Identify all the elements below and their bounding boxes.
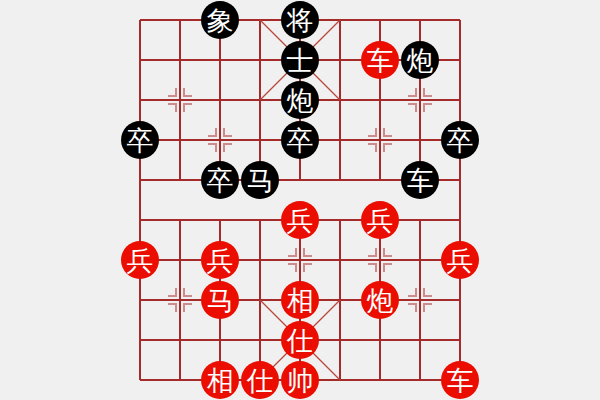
intersection-1-7	[160, 280, 200, 320]
intersection-5-4	[320, 160, 360, 200]
intersection-0-0	[120, 0, 160, 40]
intersection-8-3: 卒	[440, 120, 480, 160]
intersection-7-0	[400, 0, 440, 40]
intersection-6-0	[360, 0, 400, 40]
intersection-4-5: 兵	[280, 200, 320, 240]
piece-red-soldier[interactable]: 兵	[201, 241, 239, 279]
intersection-7-4: 车	[400, 160, 440, 200]
intersection-3-8	[240, 320, 280, 360]
intersection-7-9	[400, 360, 440, 400]
intersection-4-3: 卒	[280, 120, 320, 160]
piece-red-chariot[interactable]: 车	[361, 41, 399, 79]
intersection-5-2	[320, 80, 360, 120]
intersection-2-5	[200, 200, 240, 240]
intersection-8-1	[440, 40, 480, 80]
intersection-2-4: 卒	[200, 160, 240, 200]
intersection-5-9	[320, 360, 360, 400]
intersection-4-1: 士	[280, 40, 320, 80]
intersection-0-2	[120, 80, 160, 120]
intersection-2-1	[200, 40, 240, 80]
intersection-8-2	[440, 80, 480, 120]
intersection-5-8	[320, 320, 360, 360]
intersection-8-0	[440, 0, 480, 40]
piece-black-soldier[interactable]: 卒	[201, 161, 239, 199]
intersection-0-7	[120, 280, 160, 320]
intersection-6-3	[360, 120, 400, 160]
intersection-5-6	[320, 240, 360, 280]
intersection-8-7	[440, 280, 480, 320]
intersection-3-7	[240, 280, 280, 320]
piece-red-elephant[interactable]: 相	[281, 281, 319, 319]
piece-red-cannon[interactable]: 炮	[361, 281, 399, 319]
piece-red-advisor[interactable]: 仕	[281, 321, 319, 359]
piece-red-advisor[interactable]: 仕	[241, 361, 279, 399]
intersection-5-0	[320, 0, 360, 40]
intersection-0-8	[120, 320, 160, 360]
piece-black-cannon[interactable]: 炮	[401, 41, 439, 79]
intersection-2-3	[200, 120, 240, 160]
intersection-8-4	[440, 160, 480, 200]
intersection-4-2: 炮	[280, 80, 320, 120]
intersection-4-7: 相	[280, 280, 320, 320]
intersection-7-3	[400, 120, 440, 160]
intersection-2-2	[200, 80, 240, 120]
intersection-6-6	[360, 240, 400, 280]
intersection-0-1	[120, 40, 160, 80]
intersection-5-5	[320, 200, 360, 240]
intersection-7-7	[400, 280, 440, 320]
piece-red-soldier[interactable]: 兵	[361, 201, 399, 239]
piece-black-chariot[interactable]: 车	[401, 161, 439, 199]
intersection-7-2	[400, 80, 440, 120]
intersection-5-1	[320, 40, 360, 80]
piece-black-general[interactable]: 将	[281, 1, 319, 39]
intersection-3-9: 仕	[240, 360, 280, 400]
intersection-0-4	[120, 160, 160, 200]
intersection-7-1: 炮	[400, 40, 440, 80]
piece-red-elephant[interactable]: 相	[201, 361, 239, 399]
intersection-2-8	[200, 320, 240, 360]
intersection-3-4: 马	[240, 160, 280, 200]
piece-black-advisor[interactable]: 士	[281, 41, 319, 79]
intersection-6-9	[360, 360, 400, 400]
intersection-6-7: 炮	[360, 280, 400, 320]
piece-black-horse[interactable]: 马	[241, 161, 279, 199]
intersection-6-8	[360, 320, 400, 360]
intersection-7-6	[400, 240, 440, 280]
intersection-1-6	[160, 240, 200, 280]
intersection-0-3: 卒	[120, 120, 160, 160]
piece-red-soldier[interactable]: 兵	[121, 241, 159, 279]
intersection-5-7	[320, 280, 360, 320]
intersection-0-5	[120, 200, 160, 240]
intersection-2-7: 马	[200, 280, 240, 320]
intersection-8-8	[440, 320, 480, 360]
intersection-2-0: 象	[200, 0, 240, 40]
piece-red-horse[interactable]: 马	[201, 281, 239, 319]
intersection-1-0	[160, 0, 200, 40]
intersection-2-9: 相	[200, 360, 240, 400]
intersection-3-2	[240, 80, 280, 120]
intersection-1-5	[160, 200, 200, 240]
intersection-3-5	[240, 200, 280, 240]
intersection-1-2	[160, 80, 200, 120]
intersection-4-9: 帅	[280, 360, 320, 400]
xiangqi-diagram: 象将士车炮炮卒卒卒卒马车兵兵兵兵兵马相炮仕相仕帅车	[0, 0, 600, 400]
intersection-3-3	[240, 120, 280, 160]
intersection-0-6: 兵	[120, 240, 160, 280]
intersection-7-8	[400, 320, 440, 360]
intersection-3-0	[240, 0, 280, 40]
intersection-4-4	[280, 160, 320, 200]
intersection-8-9: 车	[440, 360, 480, 400]
intersection-1-1	[160, 40, 200, 80]
intersection-7-5	[400, 200, 440, 240]
piece-black-soldier[interactable]: 卒	[441, 121, 479, 159]
intersection-1-3	[160, 120, 200, 160]
intersection-3-1	[240, 40, 280, 80]
intersection-3-6	[240, 240, 280, 280]
intersection-8-5	[440, 200, 480, 240]
piece-black-elephant[interactable]: 象	[201, 1, 239, 39]
intersection-5-3	[320, 120, 360, 160]
intersection-0-9	[120, 360, 160, 400]
piece-black-soldier[interactable]: 卒	[121, 121, 159, 159]
intersection-4-6	[280, 240, 320, 280]
intersection-6-2	[360, 80, 400, 120]
intersection-1-4	[160, 160, 200, 200]
intersection-6-4	[360, 160, 400, 200]
piece-red-soldier[interactable]: 兵	[441, 241, 479, 279]
intersection-6-5: 兵	[360, 200, 400, 240]
pieces-grid: 象将士车炮炮卒卒卒卒马车兵兵兵兵兵马相炮仕相仕帅车	[120, 0, 480, 400]
intersection-4-0: 将	[280, 0, 320, 40]
piece-black-cannon[interactable]: 炮	[281, 81, 319, 119]
intersection-1-8	[160, 320, 200, 360]
intersection-4-8: 仕	[280, 320, 320, 360]
piece-red-chariot[interactable]: 车	[441, 361, 479, 399]
intersection-2-6: 兵	[200, 240, 240, 280]
intersection-1-9	[160, 360, 200, 400]
piece-black-soldier[interactable]: 卒	[281, 121, 319, 159]
piece-red-soldier[interactable]: 兵	[281, 201, 319, 239]
intersection-8-6: 兵	[440, 240, 480, 280]
intersection-6-1: 车	[360, 40, 400, 80]
piece-red-general[interactable]: 帅	[281, 361, 319, 399]
